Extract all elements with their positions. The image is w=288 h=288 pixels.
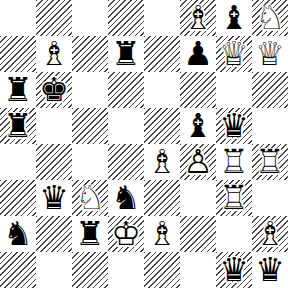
square-c5[interactable] [72,108,108,144]
square-a3[interactable] [0,180,36,216]
piece-white-bishop: ♗ [144,216,180,252]
piece-black-queen: ♛ [252,252,288,288]
square-h4[interactable]: ♜♖ [252,144,288,180]
square-b5[interactable] [36,108,72,144]
square-d5[interactable] [108,108,144,144]
piece-black-rook: ♜ [72,216,108,252]
square-c7[interactable] [72,36,108,72]
piece-white-bishop: ♗ [36,36,72,72]
piece-black-knight: ♞ [108,180,144,216]
piece-black-rook: ♜ [0,108,36,144]
square-d7[interactable]: ♜♜ [108,36,144,72]
piece-white-rook: ♖ [216,144,252,180]
piece-white-queen: ♕ [252,36,288,72]
square-g5[interactable]: ♛♛ [216,108,252,144]
square-d3[interactable]: ♞♞ [108,180,144,216]
square-e1[interactable] [144,252,180,288]
square-e4[interactable]: ♝♗ [144,144,180,180]
square-g4[interactable]: ♜♖ [216,144,252,180]
square-f7[interactable]: ♟♟ [180,36,216,72]
piece-black-pawn: ♟ [180,36,216,72]
square-a8[interactable] [0,0,36,36]
square-a2[interactable]: ♞♞ [0,216,36,252]
square-h6[interactable] [252,72,288,108]
square-f1[interactable] [180,252,216,288]
square-c4[interactable] [72,144,108,180]
piece-white-rook: ♖ [216,180,252,216]
piece-black-rook: ♜ [0,72,36,108]
square-b6[interactable]: ♚♚ [36,72,72,108]
piece-black-queen: ♛ [36,180,72,216]
piece-black-knight: ♞ [0,216,36,252]
square-a5[interactable]: ♜♜ [0,108,36,144]
piece-black-queen: ♛ [216,252,252,288]
square-g8[interactable]: ♝♝ [216,0,252,36]
square-d4[interactable] [108,144,144,180]
square-c6[interactable] [72,72,108,108]
square-h1[interactable]: ♛♛ [252,252,288,288]
square-d2[interactable]: ♚♔ [108,216,144,252]
square-e5[interactable] [144,108,180,144]
piece-white-knight: ♘ [252,0,288,36]
square-e2[interactable]: ♝♗ [144,216,180,252]
chess-board: ♝♗♝♝♞♘♝♗♜♜♟♟♛♕♛♕♜♜♚♚♜♜♝♝♛♛♝♗♟♙♜♖♜♖♛♛♞♘♞♞… [0,0,288,288]
piece-white-pawn: ♙ [180,144,216,180]
square-a7[interactable] [0,36,36,72]
square-b8[interactable] [36,0,72,36]
square-g7[interactable]: ♛♕ [216,36,252,72]
square-c3[interactable]: ♞♘ [72,180,108,216]
piece-white-queen: ♕ [216,36,252,72]
square-d8[interactable] [108,0,144,36]
square-h2[interactable]: ♝♗ [252,216,288,252]
square-g6[interactable] [216,72,252,108]
square-h5[interactable] [252,108,288,144]
square-f4[interactable]: ♟♙ [180,144,216,180]
square-g3[interactable]: ♜♖ [216,180,252,216]
square-h8[interactable]: ♞♘ [252,0,288,36]
square-a4[interactable] [0,144,36,180]
square-b3[interactable]: ♛♛ [36,180,72,216]
piece-black-bishop: ♝ [180,108,216,144]
square-f6[interactable] [180,72,216,108]
square-f3[interactable] [180,180,216,216]
square-f8[interactable]: ♝♗ [180,0,216,36]
square-f5[interactable]: ♝♝ [180,108,216,144]
square-c8[interactable] [72,0,108,36]
piece-white-bishop: ♗ [144,144,180,180]
piece-black-rook: ♜ [108,36,144,72]
piece-black-queen: ♛ [216,108,252,144]
square-d6[interactable] [108,72,144,108]
square-g2[interactable] [216,216,252,252]
square-g1[interactable]: ♛♛ [216,252,252,288]
square-h3[interactable] [252,180,288,216]
square-e7[interactable] [144,36,180,72]
piece-black-bishop: ♝ [216,0,252,36]
piece-white-bishop: ♗ [180,0,216,36]
piece-white-king: ♔ [108,216,144,252]
square-a1[interactable] [0,252,36,288]
square-b2[interactable] [36,216,72,252]
square-b7[interactable]: ♝♗ [36,36,72,72]
piece-black-king: ♚ [36,72,72,108]
piece-white-rook: ♖ [252,144,288,180]
square-e6[interactable] [144,72,180,108]
square-c1[interactable] [72,252,108,288]
square-a6[interactable]: ♜♜ [0,72,36,108]
square-d1[interactable] [108,252,144,288]
square-e8[interactable] [144,0,180,36]
square-b4[interactable] [36,144,72,180]
square-c2[interactable]: ♜♜ [72,216,108,252]
piece-white-bishop: ♗ [252,216,288,252]
piece-white-knight: ♘ [72,180,108,216]
square-f2[interactable] [180,216,216,252]
square-b1[interactable] [36,252,72,288]
square-h7[interactable]: ♛♕ [252,36,288,72]
square-e3[interactable] [144,180,180,216]
